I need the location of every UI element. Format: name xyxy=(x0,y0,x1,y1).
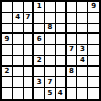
given-digit: 4 xyxy=(80,56,85,63)
sudoku-cell-r4c9[interactable] xyxy=(88,34,99,45)
given-digit: 4 xyxy=(58,90,63,97)
given-digit: 8 xyxy=(48,24,53,31)
sudoku-cell-r3c4[interactable] xyxy=(34,24,45,35)
sudoku-cell-r5c3[interactable] xyxy=(24,45,35,56)
sudoku-cell-r8c1[interactable] xyxy=(2,77,13,88)
sudoku-cell-r4c7[interactable] xyxy=(67,34,78,45)
sudoku-cell-r2c3: 7 xyxy=(24,13,35,24)
sudoku-cell-r1c8[interactable] xyxy=(77,2,88,13)
sudoku-cell-r9c4[interactable] xyxy=(34,88,45,99)
given-digit: 9 xyxy=(4,35,9,42)
sudoku-cell-r9c5: 5 xyxy=(45,88,56,99)
sudoku-cell-r1c1[interactable] xyxy=(2,2,13,13)
sudoku-cell-r3c5: 8 xyxy=(45,24,56,35)
sudoku-cell-r4c8[interactable] xyxy=(77,34,88,45)
sudoku-cell-r9c8[interactable] xyxy=(77,88,88,99)
sudoku-cell-r8c7[interactable] xyxy=(67,77,78,88)
given-digit: 9 xyxy=(91,3,96,10)
sudoku-cell-r9c2[interactable] xyxy=(13,88,24,99)
given-digit: 8 xyxy=(69,68,74,75)
sudoku-cell-r7c9[interactable] xyxy=(88,67,99,78)
sudoku-cell-r5c9[interactable] xyxy=(88,45,99,56)
sudoku-cell-r2c4[interactable] xyxy=(34,13,45,24)
sudoku-cell-r4c4: 6 xyxy=(34,34,45,45)
sudoku-cell-r3c7[interactable] xyxy=(67,24,78,35)
sudoku-cell-r1c4: 1 xyxy=(34,2,45,13)
sudoku-cell-r3c3[interactable] xyxy=(24,24,35,35)
sudoku-cell-r5c1[interactable] xyxy=(2,45,13,56)
given-digit: 7 xyxy=(69,46,74,53)
sudoku-cell-r2c7[interactable] xyxy=(67,13,78,24)
sudoku-cell-r8c8[interactable] xyxy=(77,77,88,88)
sudoku-cell-r2c6[interactable] xyxy=(56,13,67,24)
sudoku-cell-r2c5[interactable] xyxy=(45,13,56,24)
sudoku-cell-r4c6[interactable] xyxy=(56,34,67,45)
given-digit: 3 xyxy=(80,46,85,53)
sudoku-cell-r6c4: 2 xyxy=(34,56,45,67)
given-digit: 7 xyxy=(48,78,53,85)
sudoku-cell-r6c6[interactable] xyxy=(56,56,67,67)
sudoku-cell-r6c2[interactable] xyxy=(13,56,24,67)
sudoku-cell-r6c9[interactable] xyxy=(88,56,99,67)
sudoku-cell-r8c2[interactable] xyxy=(13,77,24,88)
sudoku-cell-r8c4: 3 xyxy=(34,77,45,88)
sudoku-cell-r4c2[interactable] xyxy=(13,34,24,45)
sudoku-cell-r1c6[interactable] xyxy=(56,2,67,13)
sudoku-cell-r2c9[interactable] xyxy=(88,13,99,24)
sudoku-cell-r3c9[interactable] xyxy=(88,24,99,35)
sudoku-cell-r1c2[interactable] xyxy=(13,2,24,13)
given-digit: 2 xyxy=(4,68,9,75)
sudoku-cell-r9c6: 4 xyxy=(56,88,67,99)
sudoku-cell-r7c1: 2 xyxy=(2,67,13,78)
sudoku-cell-r2c2: 4 xyxy=(13,13,24,24)
sudoku-cell-r7c6[interactable] xyxy=(56,67,67,78)
given-digit: 4 xyxy=(15,14,20,21)
given-digit: 7 xyxy=(26,14,31,21)
sudoku-cell-r7c4[interactable] xyxy=(34,67,45,78)
sudoku-cell-r9c1[interactable] xyxy=(2,88,13,99)
sudoku-cell-r5c6[interactable] xyxy=(56,45,67,56)
sudoku-cell-r7c8[interactable] xyxy=(77,67,88,78)
sudoku-cell-r8c9[interactable] xyxy=(88,77,99,88)
sudoku-cell-r7c2[interactable] xyxy=(13,67,24,78)
given-digit: 6 xyxy=(37,35,42,42)
sudoku-cell-r6c8: 4 xyxy=(77,56,88,67)
sudoku-cell-r6c3[interactable] xyxy=(24,56,35,67)
sudoku-cell-r8c3[interactable] xyxy=(24,77,35,88)
sudoku-cell-r5c4[interactable] xyxy=(34,45,45,56)
sudoku-cell-r6c7[interactable] xyxy=(67,56,78,67)
given-digit: 5 xyxy=(48,90,53,97)
sudoku-cell-r5c7: 7 xyxy=(67,45,78,56)
sudoku-cell-r5c2[interactable] xyxy=(13,45,24,56)
sudoku-cell-r6c1[interactable] xyxy=(2,56,13,67)
sudoku-cell-r9c9[interactable] xyxy=(88,88,99,99)
sudoku-cell-r8c5: 7 xyxy=(45,77,56,88)
sudoku-cell-r5c8: 3 xyxy=(77,45,88,56)
sudoku-cell-r4c5[interactable] xyxy=(45,34,56,45)
sudoku-cell-r7c7: 8 xyxy=(67,67,78,78)
sudoku-cell-r1c5[interactable] xyxy=(45,2,56,13)
sudoku-cell-r9c7[interactable] xyxy=(67,88,78,99)
sudoku-cell-r1c9: 9 xyxy=(88,2,99,13)
sudoku-cell-r1c7[interactable] xyxy=(67,2,78,13)
sudoku-cell-r3c6[interactable] xyxy=(56,24,67,35)
given-digit: 3 xyxy=(37,78,42,85)
sudoku-cell-r3c1[interactable] xyxy=(2,24,13,35)
sudoku-cell-r7c5[interactable] xyxy=(45,67,56,78)
sudoku-cell-r6c5[interactable] xyxy=(45,56,56,67)
sudoku-cell-r3c8[interactable] xyxy=(77,24,88,35)
sudoku-cell-r2c8[interactable] xyxy=(77,13,88,24)
sudoku-cell-r2c1[interactable] xyxy=(2,13,13,24)
given-digit: 1 xyxy=(37,3,42,10)
sudoku-cell-r4c1: 9 xyxy=(2,34,13,45)
sudoku-board: 19478967324283754 xyxy=(0,0,101,101)
sudoku-cell-r1c3[interactable] xyxy=(24,2,35,13)
sudoku-cell-r7c3[interactable] xyxy=(24,67,35,78)
given-digit: 2 xyxy=(37,56,42,63)
sudoku-cell-r5c5[interactable] xyxy=(45,45,56,56)
sudoku-cell-r4c3[interactable] xyxy=(24,34,35,45)
sudoku-cell-r3c2[interactable] xyxy=(13,24,24,35)
sudoku-cell-r9c3[interactable] xyxy=(24,88,35,99)
sudoku-cell-r8c6[interactable] xyxy=(56,77,67,88)
